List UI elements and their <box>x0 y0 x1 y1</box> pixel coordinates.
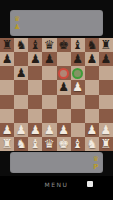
square-c7[interactable]: ♟ <box>28 52 42 66</box>
square-a5[interactable] <box>0 80 14 94</box>
move-marker-green <box>72 68 83 79</box>
square-g2[interactable]: ♟ <box>85 123 99 137</box>
chess-board: ♜♞♝♛♚♝♞♜♟♟♟♟♟♟♟♟♟♟♟♟♟♟♟♟♜♞♝♛♚♝♞♜ <box>0 38 113 151</box>
square-b1[interactable]: ♞ <box>14 137 28 151</box>
white-bishop: ♝ <box>30 137 41 151</box>
square-b7[interactable] <box>14 52 28 66</box>
square-a1[interactable]: ♜ <box>0 137 14 151</box>
black-rook: ♜ <box>101 38 112 52</box>
black-knight: ♞ <box>16 38 27 52</box>
square-e1[interactable]: ♚ <box>57 137 71 151</box>
queen-icon: ♛ <box>14 15 20 23</box>
white-bishop: ♝ <box>72 137 83 151</box>
white-queen: ♛ <box>44 137 55 151</box>
square-c1[interactable]: ♝ <box>28 137 42 151</box>
square-a2[interactable]: ♟ <box>0 123 14 137</box>
square-h7[interactable]: ♟ <box>99 52 113 66</box>
white-rook: ♜ <box>2 137 13 151</box>
menu-button[interactable]: MENU <box>0 181 113 188</box>
white-rook: ♜ <box>101 137 112 151</box>
square-h5[interactable] <box>99 80 113 94</box>
black-pawn: ♟ <box>86 52 97 66</box>
square-c5[interactable] <box>28 80 42 94</box>
black-pawn: ♟ <box>72 52 83 66</box>
black-knight: ♞ <box>86 38 97 52</box>
white-pawn: ♟ <box>58 123 69 137</box>
square-d1[interactable]: ♛ <box>42 137 56 151</box>
black-queen: ♛ <box>44 38 55 52</box>
white-pawn: ♟ <box>44 123 55 137</box>
opponent-player-bar: ♛ ♟ <box>10 10 103 36</box>
black-bishop: ♝ <box>72 38 83 52</box>
square-c8[interactable]: ♝ <box>28 38 42 52</box>
black-pawn: ♟ <box>58 80 69 94</box>
square-e3[interactable] <box>57 109 71 123</box>
white-knight: ♞ <box>16 137 27 151</box>
square-b6[interactable]: ♟ <box>14 66 28 80</box>
black-pawn: ♟ <box>16 66 27 80</box>
square-g8[interactable]: ♞ <box>85 38 99 52</box>
queen-icon: ♛ <box>93 155 99 163</box>
black-pawn: ♟ <box>44 52 55 66</box>
square-f5[interactable]: ♟ <box>71 80 85 94</box>
player-icons: ♛ P <box>93 155 99 171</box>
square-f7[interactable]: ♟ <box>71 52 85 66</box>
square-b8[interactable]: ♞ <box>14 38 28 52</box>
square-c4[interactable] <box>28 95 42 109</box>
square-c3[interactable] <box>28 109 42 123</box>
square-e4[interactable] <box>57 95 71 109</box>
pawn-letter-icon: P <box>93 163 98 171</box>
square-a6[interactable] <box>0 66 14 80</box>
square-e5[interactable]: ♟ <box>57 80 71 94</box>
white-pawn: ♟ <box>101 123 112 137</box>
square-f3[interactable] <box>71 109 85 123</box>
square-e2[interactable]: ♟ <box>57 123 71 137</box>
square-e8[interactable]: ♚ <box>57 38 71 52</box>
square-d2[interactable]: ♟ <box>42 123 56 137</box>
white-pawn: ♟ <box>72 80 83 94</box>
square-h3[interactable] <box>99 109 113 123</box>
menu-square-icon[interactable] <box>87 181 93 187</box>
square-h2[interactable]: ♟ <box>99 123 113 137</box>
square-g7[interactable]: ♟ <box>85 52 99 66</box>
square-c6[interactable] <box>28 66 42 80</box>
square-a4[interactable] <box>0 95 14 109</box>
square-h4[interactable] <box>99 95 113 109</box>
square-f4[interactable] <box>71 95 85 109</box>
black-bishop: ♝ <box>30 38 41 52</box>
square-f2[interactable] <box>71 123 85 137</box>
square-d3[interactable] <box>42 109 56 123</box>
square-b4[interactable] <box>14 95 28 109</box>
square-f8[interactable]: ♝ <box>71 38 85 52</box>
square-g4[interactable] <box>85 95 99 109</box>
player-bar: ♛ P <box>10 152 103 173</box>
white-pawn: ♟ <box>16 123 27 137</box>
square-h8[interactable]: ♜ <box>99 38 113 52</box>
menu-bar: MENU <box>0 176 113 200</box>
black-pawn: ♟ <box>2 52 13 66</box>
square-b2[interactable]: ♟ <box>14 123 28 137</box>
square-d7[interactable]: ♟ <box>42 52 56 66</box>
square-d8[interactable]: ♛ <box>42 38 56 52</box>
white-pawn: ♟ <box>2 123 13 137</box>
square-a7[interactable]: ♟ <box>0 52 14 66</box>
white-king: ♚ <box>58 137 69 151</box>
square-g1[interactable]: ♞ <box>85 137 99 151</box>
opponent-icons: ♛ ♟ <box>14 15 20 31</box>
white-knight: ♞ <box>86 137 97 151</box>
black-rook: ♜ <box>2 38 13 52</box>
square-c2[interactable]: ♟ <box>28 123 42 137</box>
square-g5[interactable] <box>85 80 99 94</box>
black-pawn: ♟ <box>101 52 112 66</box>
square-b5[interactable] <box>14 80 28 94</box>
square-d4[interactable] <box>42 95 56 109</box>
square-e7[interactable] <box>57 52 71 66</box>
square-g3[interactable] <box>85 109 99 123</box>
square-e6[interactable] <box>57 66 71 80</box>
square-a3[interactable] <box>0 109 14 123</box>
square-h6[interactable] <box>99 66 113 80</box>
white-pawn: ♟ <box>30 123 41 137</box>
square-g6[interactable] <box>85 66 99 80</box>
square-f6[interactable] <box>71 66 85 80</box>
black-pawn: ♟ <box>30 52 41 66</box>
square-d6[interactable] <box>42 66 56 80</box>
square-d5[interactable] <box>42 80 56 94</box>
black-king: ♚ <box>58 38 69 52</box>
white-pawn: ♟ <box>86 123 97 137</box>
square-a8[interactable]: ♜ <box>0 38 14 52</box>
pawn-icon: ♟ <box>14 23 20 31</box>
square-f1[interactable]: ♝ <box>71 137 85 151</box>
square-b3[interactable] <box>14 109 28 123</box>
move-marker-red <box>58 68 69 79</box>
square-h1[interactable]: ♜ <box>99 137 113 151</box>
